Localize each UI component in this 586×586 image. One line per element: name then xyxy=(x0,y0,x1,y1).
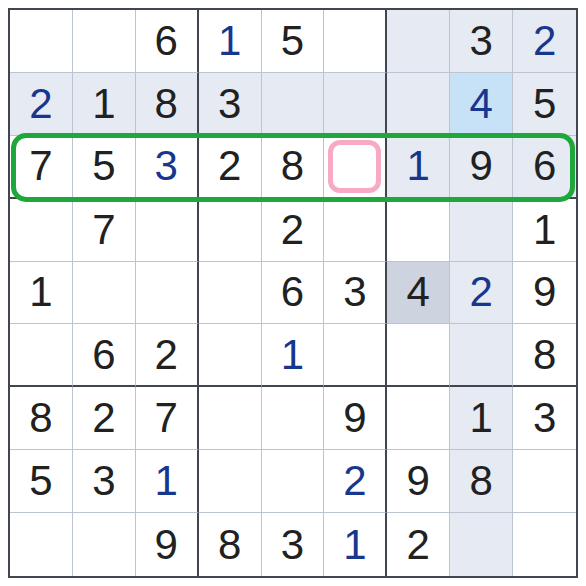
cell-r2c4[interactable]: 3 xyxy=(199,73,262,136)
cell-r4c8[interactable] xyxy=(450,199,513,262)
cell-r4c5[interactable]: 2 xyxy=(262,199,325,262)
cell-digit: 6 xyxy=(155,20,178,62)
cell-digit: 3 xyxy=(343,271,366,313)
cell-r5c2[interactable] xyxy=(73,262,136,325)
cell-r7c6[interactable]: 9 xyxy=(324,387,387,450)
cell-digit: 8 xyxy=(155,83,178,125)
cell-r4c9[interactable]: 1 xyxy=(513,199,576,262)
cell-digit: 9 xyxy=(533,271,556,313)
cell-r9c7[interactable]: 2 xyxy=(387,513,450,576)
cell-digit: 5 xyxy=(92,145,115,187)
cell-r1c9[interactable]: 2 xyxy=(513,10,576,73)
cell-r6c6[interactable] xyxy=(324,324,387,387)
cell-digit: 5 xyxy=(281,20,304,62)
cell-digit: 9 xyxy=(407,460,430,502)
cell-r4c6[interactable] xyxy=(324,199,387,262)
cell-digit: 1 xyxy=(343,524,366,566)
cell-r1c7[interactable] xyxy=(387,10,450,73)
cell-r8c7[interactable]: 9 xyxy=(387,450,450,513)
cell-r7c3[interactable]: 7 xyxy=(136,387,199,450)
cell-digit: 2 xyxy=(281,209,304,251)
cell-digit: 5 xyxy=(533,83,556,125)
cell-digit: 8 xyxy=(218,524,241,566)
cell-digit: 2 xyxy=(343,460,366,502)
cell-r5c3[interactable] xyxy=(136,262,199,325)
cell-digit: 3 xyxy=(281,524,304,566)
cell-r4c1[interactable] xyxy=(10,199,73,262)
cell-r3c6[interactable] xyxy=(324,136,387,199)
cell-r9c5[interactable]: 3 xyxy=(262,513,325,576)
cell-r1c6[interactable] xyxy=(324,10,387,73)
cell-r3c3[interactable]: 3 xyxy=(136,136,199,199)
cell-digit: 8 xyxy=(469,460,492,502)
cell-r2c1[interactable]: 2 xyxy=(10,73,73,136)
cell-r2c6[interactable] xyxy=(324,73,387,136)
cell-r6c1[interactable] xyxy=(10,324,73,387)
cell-digit: 1 xyxy=(281,334,304,376)
sudoku-board: 6153221834575328196721163429621882791353… xyxy=(8,8,578,578)
cell-digit: 9 xyxy=(343,397,366,439)
cell-digit: 5 xyxy=(29,460,52,502)
cell-r1c4[interactable]: 1 xyxy=(199,10,262,73)
cell-r9c3[interactable]: 9 xyxy=(136,513,199,576)
cell-r3c4[interactable]: 2 xyxy=(199,136,262,199)
cell-r5c8[interactable]: 2 xyxy=(450,262,513,325)
cell-r4c4[interactable] xyxy=(199,199,262,262)
cell-r7c7[interactable] xyxy=(387,387,450,450)
cell-digit: 6 xyxy=(281,271,304,313)
cell-r2c2[interactable]: 1 xyxy=(73,73,136,136)
cell-r5c9[interactable]: 9 xyxy=(513,262,576,325)
cell-digit: 2 xyxy=(407,524,430,566)
cell-digit: 9 xyxy=(469,145,492,187)
cell-digit: 3 xyxy=(92,460,115,502)
cell-digit: 2 xyxy=(533,20,556,62)
cell-digit: 8 xyxy=(29,397,52,439)
cell-r9c6[interactable]: 1 xyxy=(324,513,387,576)
cell-digit: 7 xyxy=(155,397,178,439)
cell-digit: 2 xyxy=(469,271,492,313)
cell-r6c9[interactable]: 8 xyxy=(513,324,576,387)
cell-r9c1[interactable] xyxy=(10,513,73,576)
cell-digit: 6 xyxy=(92,334,115,376)
cell-r4c2[interactable]: 7 xyxy=(73,199,136,262)
cell-r7c8[interactable]: 1 xyxy=(450,387,513,450)
cell-r9c2[interactable] xyxy=(73,513,136,576)
cell-digit: 6 xyxy=(533,145,556,187)
cell-r1c1[interactable] xyxy=(10,10,73,73)
cell-r7c5[interactable] xyxy=(262,387,325,450)
cell-r8c8[interactable]: 8 xyxy=(450,450,513,513)
cell-r6c5[interactable]: 1 xyxy=(262,324,325,387)
cell-digit: 7 xyxy=(92,209,115,251)
cell-digit: 2 xyxy=(218,145,241,187)
cell-digit: 3 xyxy=(533,397,556,439)
cell-digit: 4 xyxy=(469,83,492,125)
cell-r8c4[interactable] xyxy=(199,450,262,513)
cell-digit: 7 xyxy=(29,145,52,187)
cell-digit: 1 xyxy=(29,271,52,313)
cell-r3c5[interactable]: 8 xyxy=(262,136,325,199)
cell-r7c4[interactable] xyxy=(199,387,262,450)
cell-r7c9[interactable]: 3 xyxy=(513,387,576,450)
cell-digit: 1 xyxy=(92,83,115,125)
cell-r2c8[interactable]: 4 xyxy=(450,73,513,136)
cell-r9c4[interactable]: 8 xyxy=(199,513,262,576)
cell-digit: 1 xyxy=(533,209,556,251)
cell-r3c9[interactable]: 6 xyxy=(513,136,576,199)
cell-digit: 1 xyxy=(407,145,430,187)
cell-r9c9[interactable] xyxy=(513,513,576,576)
sudoku-grid: 6153221834575328196721163429621882791353… xyxy=(10,10,576,576)
cell-r6c4[interactable] xyxy=(199,324,262,387)
cell-digit: 8 xyxy=(281,145,304,187)
hint-target-cell-outline xyxy=(328,140,381,193)
cell-r5c1[interactable]: 1 xyxy=(10,262,73,325)
cell-digit: 2 xyxy=(155,334,178,376)
cell-r1c5[interactable]: 5 xyxy=(262,10,325,73)
cell-r9c8[interactable] xyxy=(450,513,513,576)
cell-r4c3[interactable] xyxy=(136,199,199,262)
cell-r5c7[interactable]: 4 xyxy=(387,262,450,325)
cell-r8c9[interactable] xyxy=(513,450,576,513)
cell-r8c3[interactable]: 1 xyxy=(136,450,199,513)
cell-r2c5[interactable] xyxy=(262,73,325,136)
cell-r5c6[interactable]: 3 xyxy=(324,262,387,325)
cell-r8c1[interactable]: 5 xyxy=(10,450,73,513)
cell-digit: 8 xyxy=(533,334,556,376)
cell-digit: 1 xyxy=(469,397,492,439)
cell-digit: 3 xyxy=(218,83,241,125)
cell-r3c2[interactable]: 5 xyxy=(73,136,136,199)
cell-digit: 4 xyxy=(407,271,430,313)
cell-r6c7[interactable] xyxy=(387,324,450,387)
cell-digit: 2 xyxy=(92,397,115,439)
cell-r2c7[interactable] xyxy=(387,73,450,136)
cell-digit: 9 xyxy=(155,524,178,566)
cell-r7c2[interactable]: 2 xyxy=(73,387,136,450)
cell-digit: 3 xyxy=(155,145,178,187)
cell-r6c2[interactable]: 6 xyxy=(73,324,136,387)
cell-r5c5[interactable]: 6 xyxy=(262,262,325,325)
cell-digit: 1 xyxy=(155,460,178,502)
cell-digit: 2 xyxy=(29,83,52,125)
cell-r8c2[interactable]: 3 xyxy=(73,450,136,513)
cell-r3c8[interactable]: 9 xyxy=(450,136,513,199)
cell-r8c5[interactable] xyxy=(262,450,325,513)
cell-r6c3[interactable]: 2 xyxy=(136,324,199,387)
cell-r3c1[interactable]: 7 xyxy=(10,136,73,199)
cell-r1c8[interactable]: 3 xyxy=(450,10,513,73)
cell-r8c6[interactable]: 2 xyxy=(324,450,387,513)
cell-r2c9[interactable]: 5 xyxy=(513,73,576,136)
cell-r4c7[interactable] xyxy=(387,199,450,262)
cell-r1c3[interactable]: 6 xyxy=(136,10,199,73)
cell-digit: 3 xyxy=(469,20,492,62)
cell-r3c7[interactable]: 1 xyxy=(387,136,450,199)
cell-digit: 1 xyxy=(218,20,241,62)
sudoku-page: 6153221834575328196721163429621882791353… xyxy=(0,0,586,586)
cell-r7c1[interactable]: 8 xyxy=(10,387,73,450)
cell-r6c8[interactable] xyxy=(450,324,513,387)
cell-r2c3[interactable]: 8 xyxy=(136,73,199,136)
cell-r1c2[interactable] xyxy=(73,10,136,73)
cell-r5c4[interactable] xyxy=(199,262,262,325)
